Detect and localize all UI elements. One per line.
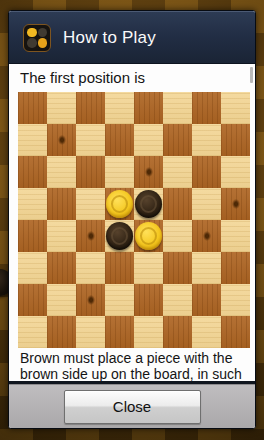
dialog-header: How to Play: [9, 11, 255, 64]
board-cell: [163, 188, 192, 220]
board-cell: [221, 92, 250, 124]
close-button[interactable]: Close: [64, 390, 201, 424]
board-cell: [18, 92, 47, 124]
board-cell: [105, 156, 134, 188]
app-icon-disc: [38, 38, 48, 48]
board-cell: [221, 188, 250, 220]
board-cell: [192, 220, 221, 252]
board-cell: [134, 284, 163, 316]
wood-knot: [87, 231, 95, 241]
button-bar: Close: [9, 384, 255, 428]
board-cell: [163, 124, 192, 156]
board-cell: [18, 156, 47, 188]
board-cell: [105, 252, 134, 284]
dialog-scroll-content[interactable]: The first position is Brown must place a…: [9, 64, 255, 381]
board-cell: [76, 316, 105, 348]
board-cell: [163, 92, 192, 124]
board-cell: [192, 156, 221, 188]
board-cell: [105, 124, 134, 156]
board-cell: [163, 284, 192, 316]
game-board: [18, 92, 250, 348]
board-cell: [221, 156, 250, 188]
board-cell: [76, 220, 105, 252]
board-cell: [47, 316, 76, 348]
scrollbar-thumb[interactable]: [250, 67, 253, 83]
board-cell: [163, 220, 192, 252]
board-cell: [47, 156, 76, 188]
board-cell: [134, 316, 163, 348]
board-cell: [221, 316, 250, 348]
board-cell: [76, 284, 105, 316]
board-cell: [221, 284, 250, 316]
board-cell: [47, 220, 76, 252]
board-cell: [18, 220, 47, 252]
board-cell: [134, 220, 163, 252]
app-icon: [23, 24, 51, 52]
body-text-line: Brown must place a piece with the: [20, 350, 255, 366]
board-cell: [76, 252, 105, 284]
board-cell: [134, 124, 163, 156]
intro-text: The first position is: [20, 68, 255, 88]
board-cell: [47, 188, 76, 220]
board-cell: [192, 188, 221, 220]
body-text: Brown must place a piece with the brown …: [20, 350, 255, 381]
board-cell: [105, 92, 134, 124]
board-cell: [192, 92, 221, 124]
board-cell: [221, 252, 250, 284]
yellow-piece: [106, 190, 133, 218]
board-cell: [18, 252, 47, 284]
board-cell: [47, 252, 76, 284]
board-cell: [163, 156, 192, 188]
brown-piece: [106, 222, 133, 250]
wood-knot: [232, 199, 240, 209]
board-cell: [18, 284, 47, 316]
board-cell: [105, 316, 134, 348]
wood-knot: [58, 135, 66, 145]
board-cell: [221, 220, 250, 252]
board-cell: [134, 92, 163, 124]
board-cell: [47, 284, 76, 316]
app-icon-disc: [27, 28, 37, 38]
dialog-title: How to Play: [63, 28, 156, 48]
board-cell: [134, 156, 163, 188]
board-cell: [163, 316, 192, 348]
board-cell: [47, 92, 76, 124]
board-cell: [76, 92, 105, 124]
board-cell: [192, 284, 221, 316]
board-cell: [134, 188, 163, 220]
board-cell: [105, 220, 134, 252]
board-cell: [105, 284, 134, 316]
board-cell: [76, 124, 105, 156]
board-cell: [221, 124, 250, 156]
board-cell: [76, 156, 105, 188]
wood-knot: [87, 295, 95, 305]
body-text-line: brown side up on the board, in such: [20, 366, 255, 381]
board-cell: [105, 188, 134, 220]
board-cell: [47, 124, 76, 156]
board-cell: [18, 188, 47, 220]
board-cell: [134, 252, 163, 284]
board-cell: [18, 316, 47, 348]
app-icon-disc: [38, 28, 48, 38]
wood-knot: [203, 231, 211, 241]
board-cell: [18, 124, 47, 156]
board-cell: [192, 252, 221, 284]
board-cell: [192, 124, 221, 156]
board-cell: [76, 188, 105, 220]
board-cell: [192, 316, 221, 348]
app-icon-disc: [27, 38, 37, 48]
yellow-piece: [135, 222, 162, 250]
brown-piece: [135, 190, 162, 218]
wood-knot: [145, 167, 153, 177]
how-to-play-dialog: How to Play The first position is Brown …: [8, 10, 256, 429]
board-cell: [163, 252, 192, 284]
